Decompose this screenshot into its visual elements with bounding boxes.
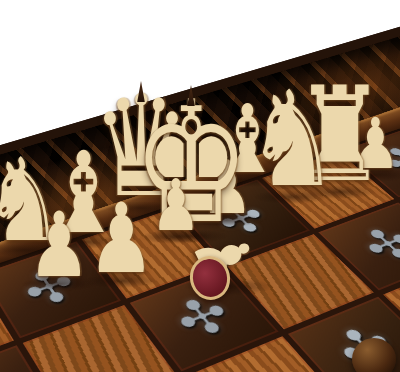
fallen-pawn[interactable]: ♟: [186, 230, 278, 304]
dark-piece-head[interactable]: [352, 338, 396, 372]
piece-pawn-light[interactable]: ♟: [0, 206, 119, 284]
piece-shadow: [22, 277, 96, 291]
pawn-glyph: ♟: [28, 206, 91, 284]
scene: ✣✣✣✣✣✣✣✣✣✣✣✣✣✣✣✣✣✣✣✣✣✣✣✣✣✣✣✣✣✣✣✣✣✣✣✣✣✣✣✣…: [0, 0, 400, 372]
